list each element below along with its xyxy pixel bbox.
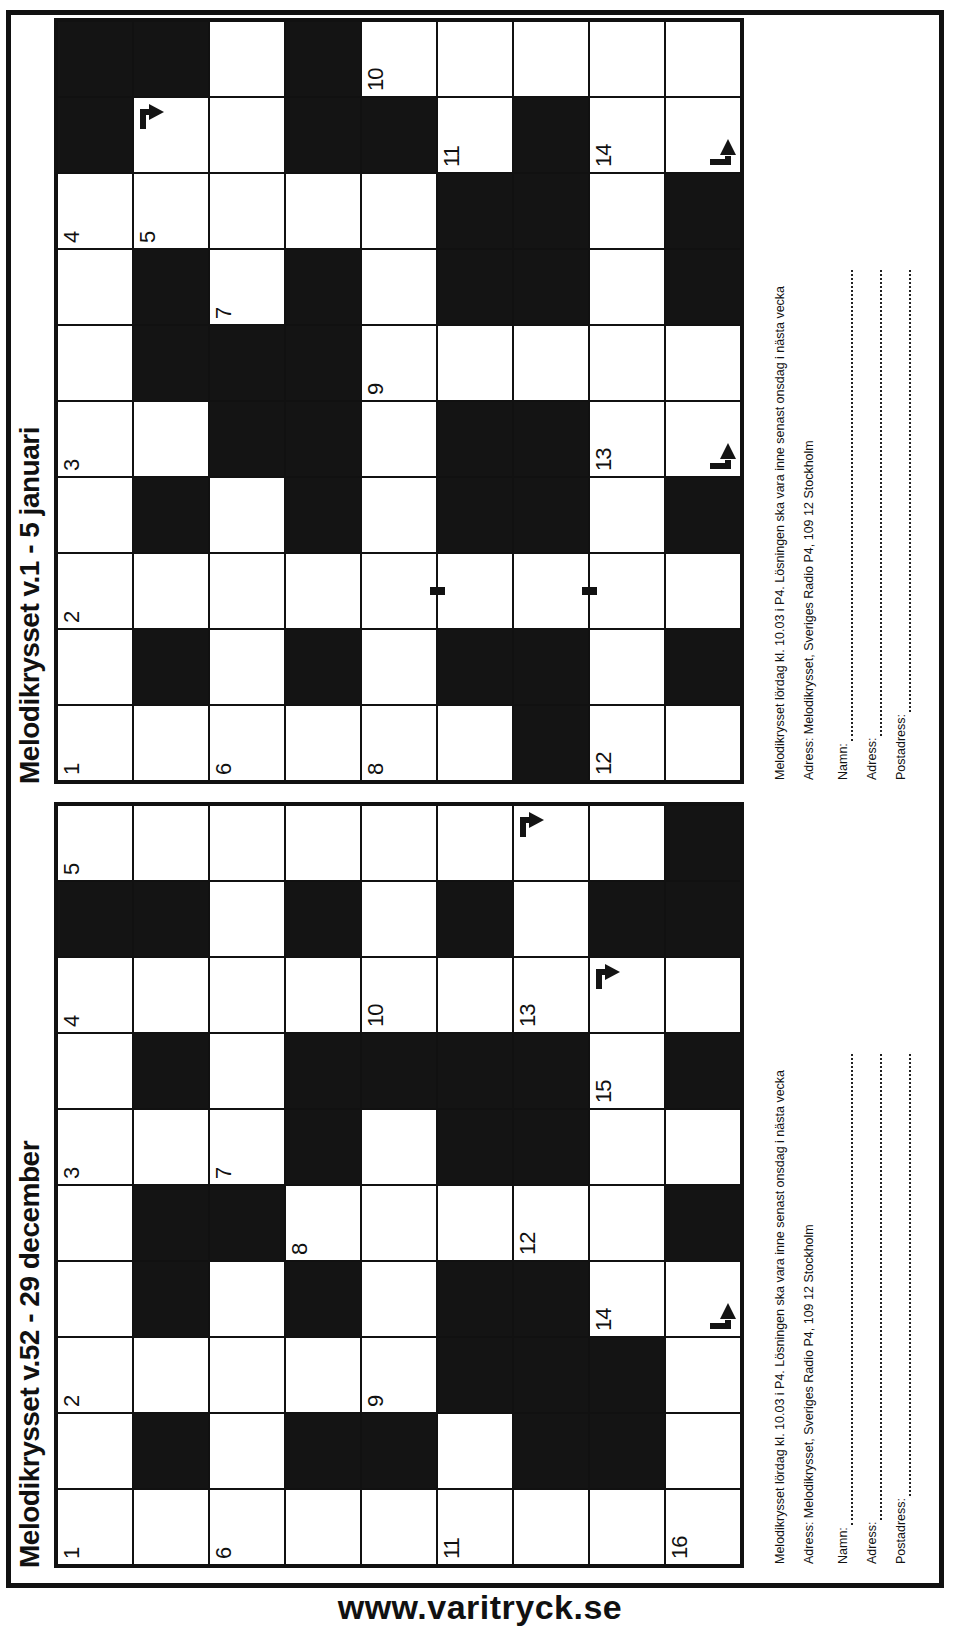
block-cell-r5c6 [437,1033,513,1109]
clue-number: 12 [591,753,617,775]
broadcast-info-line: Melodikrysset lördag kl. 10.03 i P4. Lös… [766,240,795,780]
cell-r2c8[interactable] [209,881,285,957]
address-field[interactable]: Adress: [853,1024,882,1564]
cell-r2c6[interactable] [209,1033,285,1109]
block-cell-r4c1 [361,1413,437,1489]
cell-r0c7[interactable]: 4 [57,173,133,249]
block-cell-r5c8 [437,881,513,957]
block-cell-r8c3 [665,477,741,553]
block-cell-r7c8 [589,881,665,957]
cell-r4c8[interactable] [361,881,437,957]
cell-r8c3[interactable] [665,1261,741,1337]
cell-r0c6[interactable] [57,1033,133,1109]
cell-r0c4[interactable] [57,1185,133,1261]
cell-r3c4[interactable]: 8 [285,1185,361,1261]
clue-number: 13 [515,1005,541,1027]
block-cell-r0c8 [57,97,133,173]
cell-r8c9[interactable] [665,21,741,97]
cell-r2c7[interactable] [209,957,285,1033]
block-cell-r8c1 [665,629,741,705]
block-cell-r7c2 [589,1337,665,1413]
block-cell-r8c8 [665,881,741,957]
cell-r4c3[interactable] [361,477,437,553]
word-continuation-dash [430,587,445,595]
word-continuation-dash [582,587,597,595]
cell-r3c7[interactable] [285,957,361,1033]
cell-r3c0[interactable] [285,705,361,781]
cell-r1c2[interactable] [133,553,209,629]
cell-r7c1[interactable] [589,629,665,705]
cell-r0c1[interactable] [57,1413,133,1489]
cell-r1c9[interactable] [133,805,209,881]
cell-r5c1[interactable] [437,1413,513,1489]
cell-r5c0[interactable]: 11 [437,1489,513,1565]
block-cell-r3c6 [285,249,361,325]
postal-label: Postadress: [891,714,911,780]
cell-r7c7[interactable] [589,173,665,249]
clue-number: 4 [59,1016,85,1027]
block-cell-r0c9 [57,21,133,97]
clue-number: 3 [59,1168,85,1179]
block-cell-r5c7 [437,173,513,249]
cell-r7c8[interactable]: 14 [589,97,665,173]
cell-r5c8[interactable]: 11 [437,97,513,173]
cell-r2c1[interactable] [209,629,285,705]
bend-right-arrow-icon [708,1301,738,1333]
name-field[interactable]: Namn: [824,240,853,780]
address-field[interactable]: Adress: [853,240,882,780]
address-label: Adress: [862,1522,882,1564]
clue-number: 13 [591,449,617,471]
cell-r1c2[interactable] [133,1337,209,1413]
clue-number: 14 [591,145,617,167]
block-cell-r1c1 [133,1413,209,1489]
cell-r8c2[interactable] [665,553,741,629]
cell-r3c2[interactable] [285,553,361,629]
block-cell-r5c6 [437,249,513,325]
block-cell-r6c8 [513,97,589,173]
cell-r8c0[interactable] [665,705,741,781]
puzzle-v52: Melodikrysset v.52 - 29 december 1234567… [14,793,744,1568]
cell-r4c7[interactable]: 10 [361,957,437,1033]
block-cell-r3c1 [285,1413,361,1489]
cell-r7c9[interactable] [589,805,665,881]
clue-number: 9 [363,1396,389,1407]
address-dotted-line[interactable] [863,270,882,736]
clue-number: 11 [439,1538,465,1559]
cell-r7c3[interactable]: 14 [589,1261,665,1337]
block-cell-r1c4 [133,1185,209,1261]
cell-r1c7[interactable] [133,957,209,1033]
cell-r2c2[interactable] [209,553,285,629]
block-cell-r6c7 [513,173,589,249]
clue-number: 9 [363,384,389,395]
block-cell-r5c1 [437,629,513,705]
bend-down-arrow-icon [136,100,166,132]
name-dotted-line[interactable] [834,270,853,741]
bend-right-arrow-icon [708,441,738,473]
cell-r7c6[interactable]: 15 [589,1033,665,1109]
cell-r4c0[interactable] [361,1489,437,1565]
cell-r2c7[interactable] [209,173,285,249]
cell-r7c4[interactable]: 13 [589,401,665,477]
bend-down-arrow-icon [592,960,622,992]
block-cell-r4c8 [361,97,437,173]
cell-r2c8[interactable] [209,97,285,173]
cell-r0c0[interactable]: 1 [57,1489,133,1565]
cell-r6c0[interactable] [513,1489,589,1565]
block-cell-r8c6 [665,249,741,325]
block-cell-r6c1 [513,1413,589,1489]
cell-r7c5[interactable] [589,325,665,401]
block-cell-r2c4 [209,401,285,477]
entry-info-v1: Melodikrysset lördag kl. 10.03 i P4. Lös… [766,240,911,780]
cell-r4c0[interactable]: 8 [361,705,437,781]
cell-r0c1[interactable] [57,629,133,705]
cell-r0c2[interactable]: 2 [57,553,133,629]
cell-r2c5[interactable]: 7 [209,1109,285,1185]
name-label: Namn: [833,1527,853,1564]
bend-down-arrow-icon [516,808,546,840]
clue-number: 15 [591,1081,617,1103]
block-cell-r3c9 [285,21,361,97]
clue-number: 16 [667,1537,693,1559]
block-cell-r2c4 [209,1185,285,1261]
postal-field[interactable]: Postadress: [882,240,911,780]
cell-r4c2[interactable] [361,553,437,629]
block-cell-r6c3 [513,1261,589,1337]
block-cell-r1c6 [133,1033,209,1109]
entry-info-v52: Melodikrysset lördag kl. 10.03 i P4. Lös… [766,1024,911,1564]
cell-r0c5[interactable]: 3 [57,1109,133,1185]
crossword-grid-v52: 12345678910111213141516 [54,802,744,1568]
cell-r4c1[interactable] [361,629,437,705]
cell-r0c6[interactable] [57,249,133,325]
cell-r4c2[interactable]: 9 [361,1337,437,1413]
puzzle-v1: Melodikrysset v.1 - 5 januari 1234567891… [14,9,744,784]
postal-dotted-line[interactable] [892,1054,911,1496]
cell-r3c7[interactable] [285,173,361,249]
cell-r6c9[interactable] [513,805,589,881]
block-cell-r3c1 [285,629,361,705]
cell-r0c4[interactable]: 3 [57,401,133,477]
cell-r4c6[interactable] [361,249,437,325]
cell-r5c7[interactable] [437,957,513,1033]
cell-r2c1[interactable] [209,1413,285,1489]
block-cell-r1c8 [133,881,209,957]
block-cell-r1c1 [133,629,209,705]
block-cell-r6c3 [513,477,589,553]
block-cell-r3c4 [285,401,361,477]
name-dotted-line[interactable] [834,1054,853,1525]
block-cell-r1c6 [133,249,209,325]
cell-r3c2[interactable] [285,1337,361,1413]
puzzle-v52-title: Melodikrysset v.52 - 29 december [14,793,54,1568]
cell-r4c9[interactable] [361,805,437,881]
block-cell-r3c8 [285,881,361,957]
cell-r1c4[interactable] [133,401,209,477]
clue-number: 7 [211,308,237,319]
block-cell-r8c7 [665,173,741,249]
block-cell-r6c4 [513,401,589,477]
block-cell-r0c8 [57,881,133,957]
clue-number: 11 [439,146,465,167]
postal-field[interactable]: Postadress: [882,1024,911,1564]
cell-r5c2[interactable] [437,553,513,629]
block-cell-r3c5 [285,325,361,401]
cell-r7c5[interactable] [589,1109,665,1185]
block-cell-r5c3 [437,477,513,553]
cell-r2c9[interactable] [209,21,285,97]
address-label: Adress: [862,738,882,780]
postal-dotted-line[interactable] [892,270,911,712]
cell-r2c9[interactable] [209,805,285,881]
clue-number: 1 [59,764,85,775]
cell-r1c8[interactable] [133,97,209,173]
cell-r8c5[interactable] [665,1109,741,1185]
cell-r2c3[interactable] [209,1261,285,1337]
block-cell-r6c1 [513,629,589,705]
cell-r2c0[interactable]: 6 [209,1489,285,1565]
block-cell-r1c3 [133,477,209,553]
cell-r6c4[interactable]: 12 [513,1185,589,1261]
cell-r8c8[interactable] [665,97,741,173]
cell-r8c0[interactable]: 16 [665,1489,741,1565]
clue-number: 8 [363,764,389,775]
cell-r4c9[interactable]: 10 [361,21,437,97]
cell-r0c7[interactable]: 4 [57,957,133,1033]
block-cell-r6c6 [513,1033,589,1109]
printer-url-footer: www.varitryck.se [0,1588,960,1627]
block-cell-r3c3 [285,477,361,553]
cell-r0c3[interactable] [57,477,133,553]
block-cell-r3c3 [285,1261,361,1337]
cell-r2c0[interactable]: 6 [209,705,285,781]
clue-number: 14 [591,1309,617,1331]
cell-r7c0[interactable]: 12 [589,705,665,781]
clue-number: 7 [211,1168,237,1179]
block-cell-r1c9 [133,21,209,97]
cell-r4c5[interactable]: 9 [361,325,437,401]
postal-address-line: Adress: Melodikrysset, Sveriges Radio P4… [795,1024,824,1564]
bend-right-arrow-icon [708,137,738,169]
cell-r6c2[interactable] [513,553,589,629]
name-field[interactable]: Namn: [824,1024,853,1564]
cell-r5c9[interactable] [437,805,513,881]
block-cell-r1c5 [133,325,209,401]
cell-r1c0[interactable] [133,705,209,781]
name-label: Namn: [833,743,853,780]
cell-r4c3[interactable] [361,1261,437,1337]
cell-r1c5[interactable] [133,1109,209,1185]
cell-r1c0[interactable] [133,1489,209,1565]
cell-r8c1[interactable] [665,1413,741,1489]
cell-r2c6[interactable]: 7 [209,249,285,325]
clue-number: 10 [363,1005,389,1027]
cell-r0c2[interactable]: 2 [57,1337,133,1413]
cell-r5c9[interactable] [437,21,513,97]
cell-r5c5[interactable] [437,325,513,401]
cell-r4c4[interactable] [361,1185,437,1261]
clue-number: 5 [59,864,85,875]
clue-number: 1 [59,1548,85,1559]
cell-r4c7[interactable] [361,173,437,249]
clue-number: 12 [515,1233,541,1255]
block-cell-r8c9 [665,805,741,881]
cell-r7c7[interactable] [589,957,665,1033]
cell-r4c4[interactable] [361,401,437,477]
block-cell-r6c6 [513,249,589,325]
cell-r8c7[interactable] [665,957,741,1033]
cell-r6c7[interactable]: 13 [513,957,589,1033]
cell-r6c8[interactable] [513,881,589,957]
clue-number: 2 [59,1396,85,1407]
cell-r4c5[interactable] [361,1109,437,1185]
block-cell-r4c6 [361,1033,437,1109]
cell-r3c0[interactable] [285,1489,361,1565]
clue-number: 6 [211,764,237,775]
cell-r8c4[interactable] [665,401,741,477]
crossword-grid-v1: 1234567891011121314 [54,18,744,784]
cell-r2c2[interactable] [209,1337,285,1413]
block-cell-r3c6 [285,1033,361,1109]
block-cell-r5c5 [437,1109,513,1185]
cell-r0c3[interactable] [57,1261,133,1337]
clue-number: 10 [363,69,389,91]
block-cell-r7c1 [589,1413,665,1489]
block-cell-r8c4 [665,1185,741,1261]
block-cell-r6c0 [513,705,589,781]
cell-r7c4[interactable] [589,1185,665,1261]
clue-number: 4 [59,232,85,243]
cell-r5c4[interactable] [437,1185,513,1261]
cell-r0c9[interactable]: 5 [57,805,133,881]
postal-address-line: Adress: Melodikrysset, Sveriges Radio P4… [795,240,824,780]
cell-r7c2[interactable] [589,553,665,629]
clue-number: 2 [59,612,85,623]
broadcast-info-line: Melodikrysset lördag kl. 10.03 i P4. Lös… [766,1024,795,1564]
block-cell-r3c8 [285,97,361,173]
clue-number: 6 [211,1548,237,1559]
cell-r0c5[interactable] [57,325,133,401]
block-cell-r5c4 [437,401,513,477]
cell-r7c3[interactable] [589,477,665,553]
postal-label: Postadress: [891,1498,911,1564]
cell-r0c0[interactable]: 1 [57,705,133,781]
cell-r2c3[interactable] [209,477,285,553]
block-cell-r1c3 [133,1261,209,1337]
cell-r1c7[interactable]: 5 [133,173,209,249]
cell-r5c0[interactable] [437,705,513,781]
cell-r7c6[interactable] [589,249,665,325]
block-cell-r6c5 [513,1109,589,1185]
rotated-sheet: Melodikrysset v.52 - 29 december 1234567… [0,0,960,1590]
address-dotted-line[interactable] [863,1054,882,1520]
cell-r6c5[interactable] [513,325,589,401]
clue-number: 5 [135,232,161,243]
block-cell-r5c2 [437,1337,513,1413]
cell-r7c0[interactable] [589,1489,665,1565]
block-cell-r2c5 [209,325,285,401]
block-cell-r6c2 [513,1337,589,1413]
clue-number: 8 [287,1244,313,1255]
cell-r7c9[interactable] [589,21,665,97]
puzzle-v1-title: Melodikrysset v.1 - 5 januari [14,9,54,784]
cell-r3c9[interactable] [285,805,361,881]
block-cell-r5c3 [437,1261,513,1337]
cell-r8c2[interactable] [665,1337,741,1413]
block-cell-r3c5 [285,1109,361,1185]
block-cell-r8c6 [665,1033,741,1109]
clue-number: 3 [59,460,85,471]
cell-r8c5[interactable] [665,325,741,401]
page: { "game": "crossword (Melodikrysset melo… [0,0,960,1628]
cell-r6c9[interactable] [513,21,589,97]
